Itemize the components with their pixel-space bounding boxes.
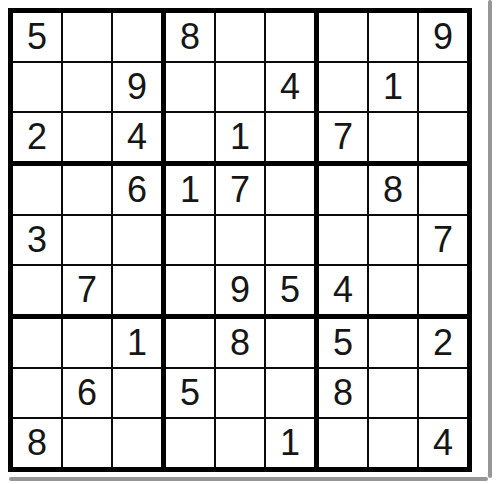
cell-r9c4-empty[interactable] — [166, 419, 216, 467]
drop-shadow-bottom — [9, 477, 488, 481]
sudoku-screenshot: 589941241761783779541852658814 — [0, 0, 496, 484]
cell-r2c4-empty[interactable] — [166, 63, 216, 113]
cell-r3c3-given: 4 — [113, 113, 166, 166]
cell-r7c7-given: 5 — [319, 319, 369, 369]
cell-r3c7-given: 7 — [319, 113, 369, 166]
cell-r4c4-given: 1 — [166, 166, 216, 216]
cell-r9c7-empty[interactable] — [319, 419, 369, 467]
cell-r5c9-given: 7 — [419, 216, 467, 266]
cell-r6c8-empty[interactable] — [369, 266, 419, 319]
cell-r5c4-empty[interactable] — [166, 216, 216, 266]
cell-r5c5-empty[interactable] — [216, 216, 266, 266]
cell-r2c6-given: 4 — [266, 63, 319, 113]
cell-r2c8-given: 1 — [369, 63, 419, 113]
cell-r8c9-empty[interactable] — [419, 369, 467, 419]
cell-r8c6-empty[interactable] — [266, 369, 319, 419]
cell-r7c2-empty[interactable] — [63, 319, 113, 369]
cell-r2c3-given: 9 — [113, 63, 166, 113]
cell-r9c8-empty[interactable] — [369, 419, 419, 467]
cell-r7c6-empty[interactable] — [266, 319, 319, 369]
cell-r8c4-given: 5 — [166, 369, 216, 419]
sudoku-board: 589941241761783779541852658814 — [8, 8, 472, 472]
cell-r2c9-empty[interactable] — [419, 63, 467, 113]
cell-r7c3-given: 1 — [113, 319, 166, 369]
board-row-2: 941 — [13, 63, 467, 113]
board-row-9: 814 — [13, 419, 467, 467]
cell-r4c8-given: 8 — [369, 166, 419, 216]
cell-r3c1-given: 2 — [13, 113, 63, 166]
cell-r1c7-empty[interactable] — [319, 13, 369, 63]
cell-r7c8-empty[interactable] — [369, 319, 419, 369]
cell-r4c7-empty[interactable] — [319, 166, 369, 216]
cell-r1c1-given: 5 — [13, 13, 63, 63]
cell-r7c1-empty[interactable] — [13, 319, 63, 369]
cell-r9c1-given: 8 — [13, 419, 63, 467]
board-row-1: 589 — [13, 13, 467, 63]
board-row-5: 37 — [13, 216, 467, 266]
cell-r9c9-given: 4 — [419, 419, 467, 467]
cell-r7c5-given: 8 — [216, 319, 266, 369]
cell-r2c1-empty[interactable] — [13, 63, 63, 113]
board-row-6: 7954 — [13, 266, 467, 319]
cell-r8c2-given: 6 — [63, 369, 113, 419]
cell-r2c7-empty[interactable] — [319, 63, 369, 113]
cell-r6c2-given: 7 — [63, 266, 113, 319]
cell-r5c2-empty[interactable] — [63, 216, 113, 266]
cell-r3c2-empty[interactable] — [63, 113, 113, 166]
cell-r1c4-given: 8 — [166, 13, 216, 63]
cell-r9c6-given: 1 — [266, 419, 319, 467]
cell-r1c3-empty[interactable] — [113, 13, 166, 63]
cell-r6c9-empty[interactable] — [419, 266, 467, 319]
cell-r3c5-given: 1 — [216, 113, 266, 166]
cell-r3c4-empty[interactable] — [166, 113, 216, 166]
cell-r6c4-empty[interactable] — [166, 266, 216, 319]
cell-r5c8-empty[interactable] — [369, 216, 419, 266]
cell-r5c3-empty[interactable] — [113, 216, 166, 266]
cell-r3c6-empty[interactable] — [266, 113, 319, 166]
cell-r6c7-given: 4 — [319, 266, 369, 319]
drop-shadow-right — [488, 0, 492, 478]
cell-r1c5-empty[interactable] — [216, 13, 266, 63]
cell-r4c2-empty[interactable] — [63, 166, 113, 216]
cell-r8c3-empty[interactable] — [113, 369, 166, 419]
cell-r8c8-empty[interactable] — [369, 369, 419, 419]
cell-r8c7-given: 8 — [319, 369, 369, 419]
cell-r1c6-empty[interactable] — [266, 13, 319, 63]
cell-r9c5-empty[interactable] — [216, 419, 266, 467]
board-row-4: 6178 — [13, 166, 467, 216]
cell-r5c7-empty[interactable] — [319, 216, 369, 266]
board-row-8: 658 — [13, 369, 467, 419]
cell-r6c1-empty[interactable] — [13, 266, 63, 319]
cell-r1c9-given: 9 — [419, 13, 467, 63]
cell-r7c4-empty[interactable] — [166, 319, 216, 369]
cell-r5c6-empty[interactable] — [266, 216, 319, 266]
cell-r4c6-empty[interactable] — [266, 166, 319, 216]
board-row-3: 2417 — [13, 113, 467, 166]
cell-r6c6-given: 5 — [266, 266, 319, 319]
cell-r8c1-empty[interactable] — [13, 369, 63, 419]
cell-r9c3-empty[interactable] — [113, 419, 166, 467]
cell-r7c9-given: 2 — [419, 319, 467, 369]
cell-r3c8-empty[interactable] — [369, 113, 419, 166]
cell-r2c5-empty[interactable] — [216, 63, 266, 113]
cell-r2c2-empty[interactable] — [63, 63, 113, 113]
cell-r4c1-empty[interactable] — [13, 166, 63, 216]
cell-r6c3-empty[interactable] — [113, 266, 166, 319]
cell-r4c3-given: 6 — [113, 166, 166, 216]
cell-r4c5-given: 7 — [216, 166, 266, 216]
cell-r4c9-empty[interactable] — [419, 166, 467, 216]
cell-r1c8-empty[interactable] — [369, 13, 419, 63]
cell-r1c2-empty[interactable] — [63, 13, 113, 63]
cell-r5c1-given: 3 — [13, 216, 63, 266]
cell-r6c5-given: 9 — [216, 266, 266, 319]
cell-r8c5-empty[interactable] — [216, 369, 266, 419]
board-row-7: 1852 — [13, 319, 467, 369]
cell-r3c9-empty[interactable] — [419, 113, 467, 166]
cell-r9c2-empty[interactable] — [63, 419, 113, 467]
